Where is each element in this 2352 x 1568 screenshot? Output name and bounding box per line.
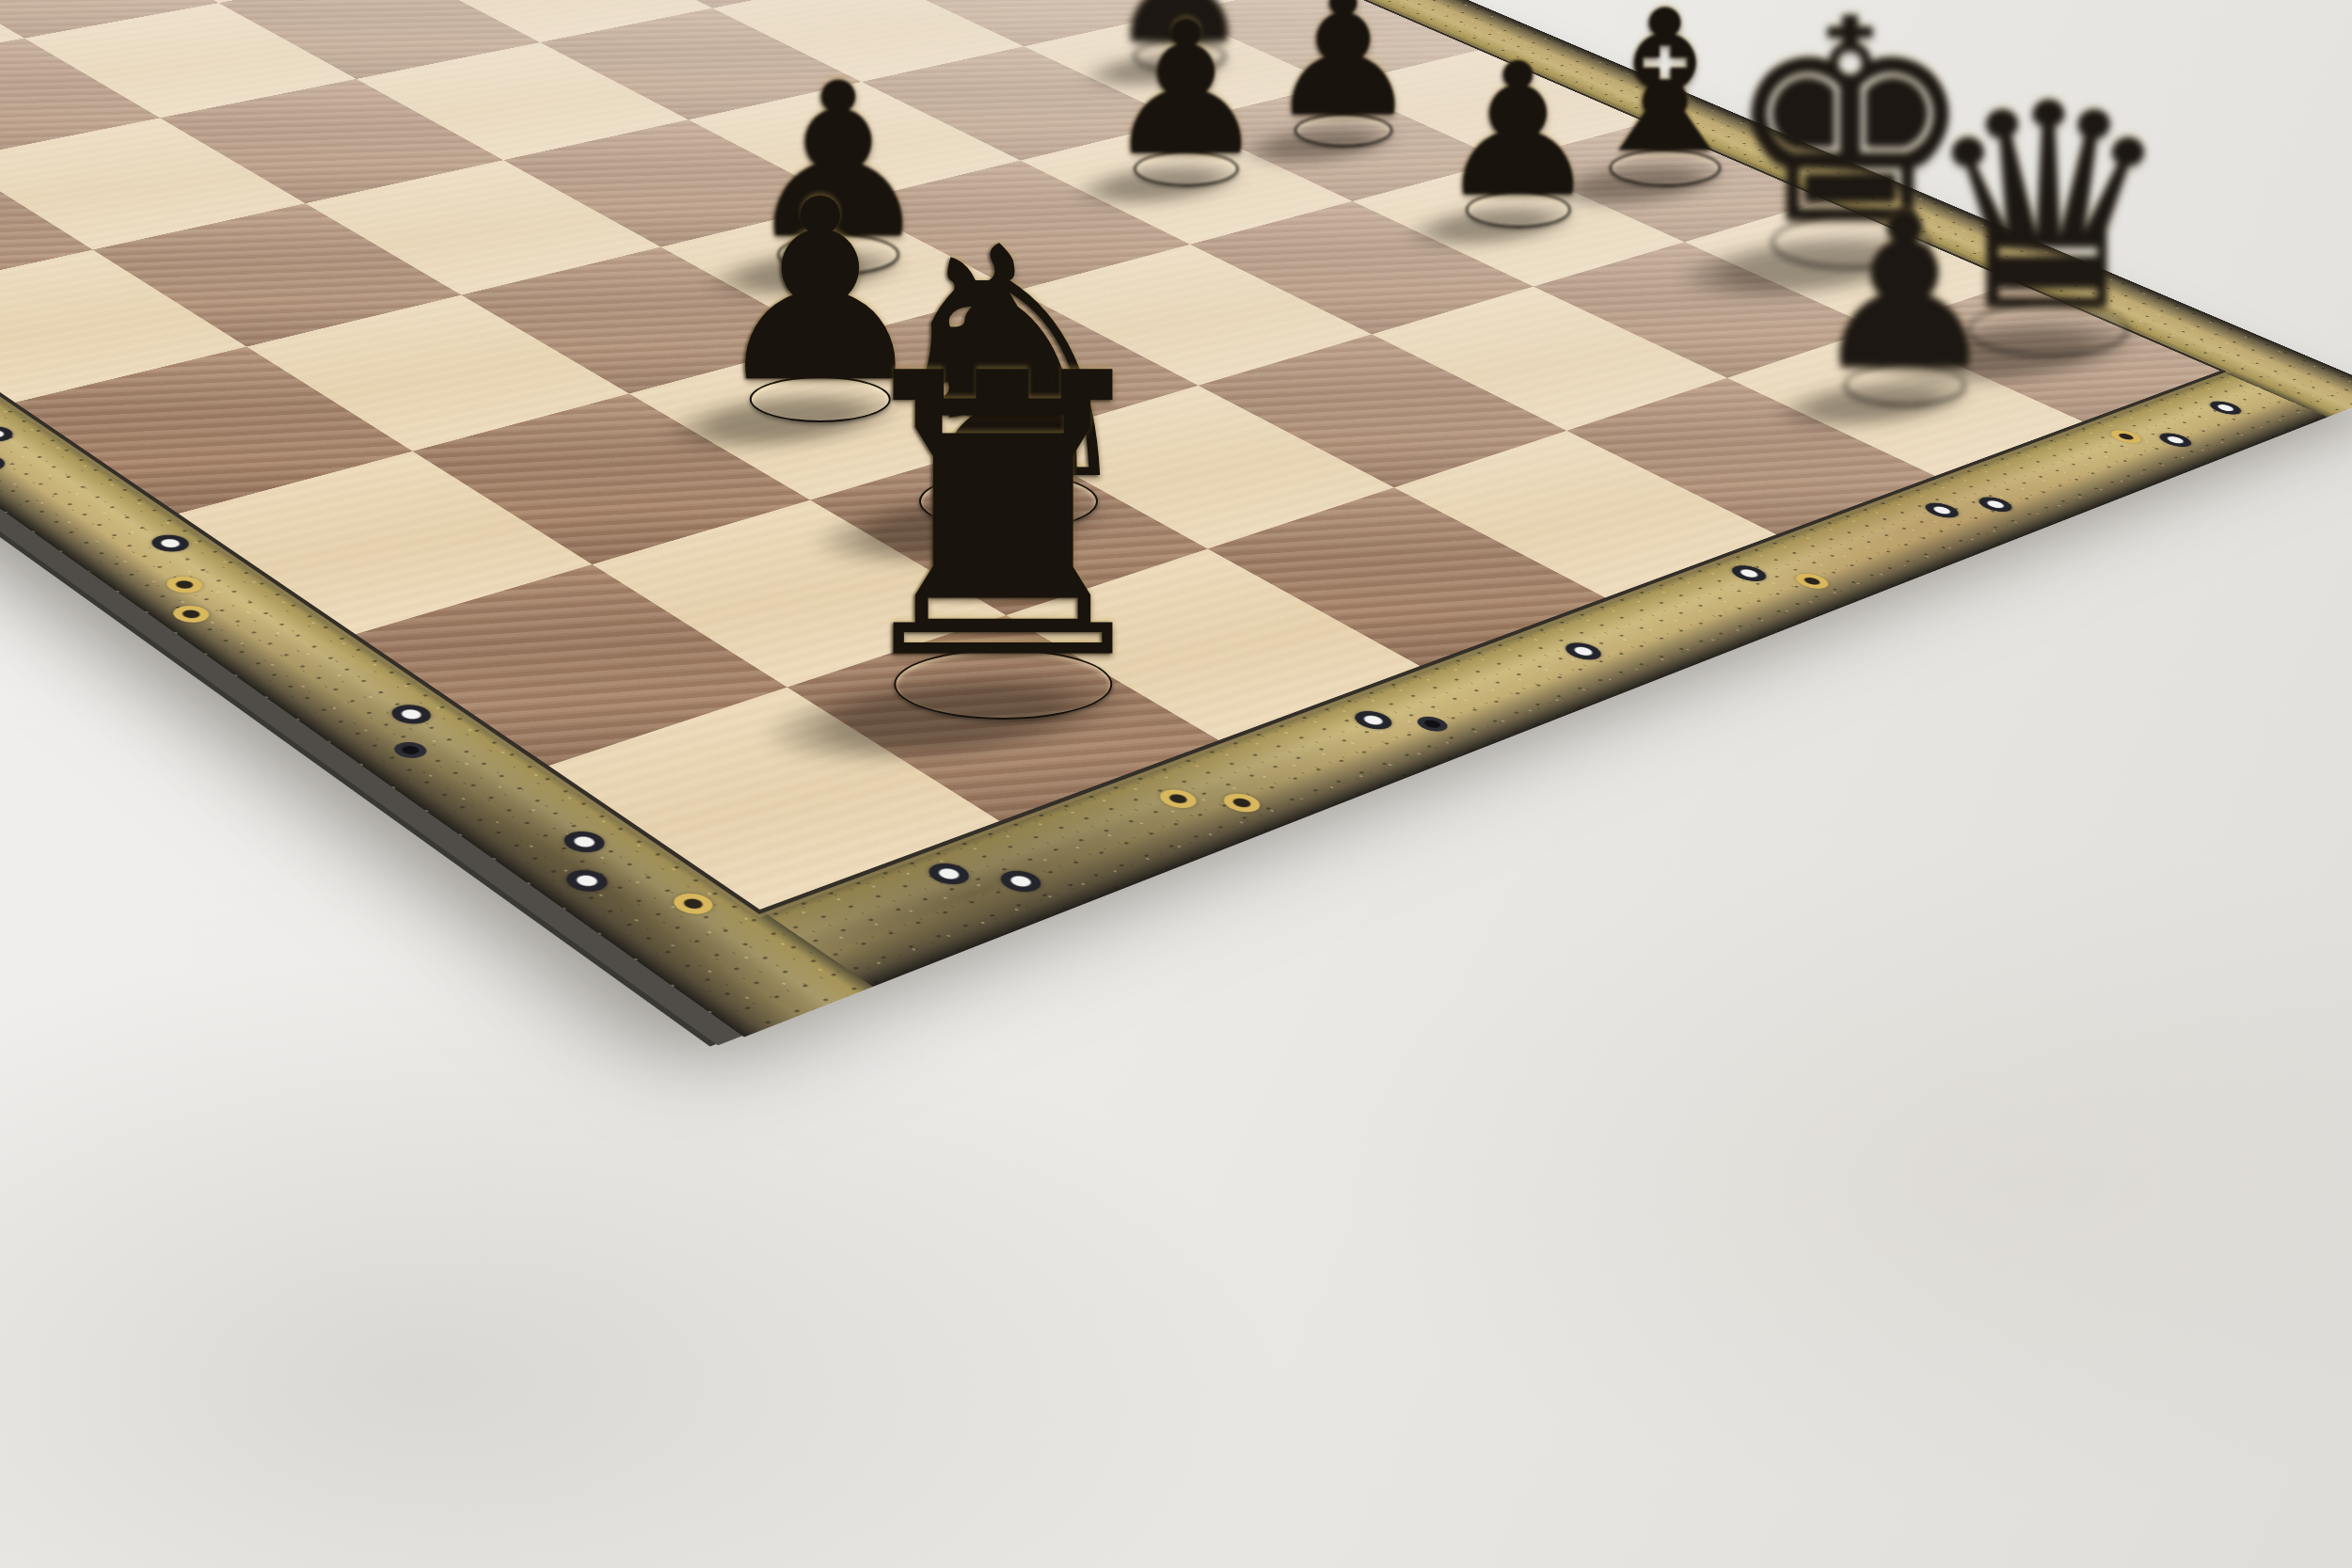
black-pawn-glyph: ♟: [1104, 0, 1269, 181]
black-pawn-glyph: ♟: [1809, 186, 2000, 400]
black-pawn-glyph: ♟: [1437, 39, 1601, 222]
black-pawn-glyph: ♟: [1267, 0, 1421, 141]
pieces-layer: ♟♜♞♟♟♟♟♟♝♚♟♛: [0, 0, 2352, 1568]
black-rook-glyph: ♜: [829, 325, 1178, 714]
stage: ♟♜♞♟♟♟♟♟♝♚♟♛: [0, 0, 2352, 1568]
